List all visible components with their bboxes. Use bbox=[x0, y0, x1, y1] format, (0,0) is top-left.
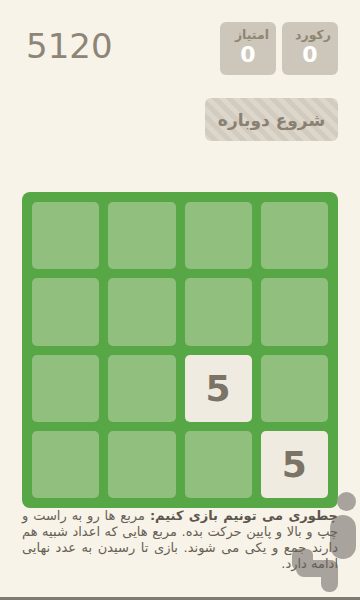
board-cell bbox=[261, 355, 328, 422]
board-cell bbox=[108, 202, 175, 269]
board-cell bbox=[108, 431, 175, 498]
score-box: امتیاز 0 bbox=[220, 22, 276, 75]
tile-5: 5 bbox=[261, 431, 328, 498]
board-cell bbox=[32, 278, 99, 345]
board-cell bbox=[32, 202, 99, 269]
game-board[interactable]: 55 bbox=[22, 192, 338, 508]
watermark-dot-shape bbox=[337, 492, 356, 511]
board-cell bbox=[185, 278, 252, 345]
score-label: امتیاز bbox=[220, 22, 276, 42]
board-cell bbox=[108, 278, 175, 345]
game-screen: 5120 امتیاز 0 رکورد 0 شروع دوباره 55 چطو… bbox=[0, 0, 360, 600]
restart-button[interactable]: شروع دوباره bbox=[205, 98, 338, 141]
instructions-lead: چطوری می تونیم بازی کنیم: bbox=[150, 508, 338, 523]
board-cell bbox=[261, 278, 328, 345]
game-title: 5120 bbox=[26, 26, 113, 66]
best-value: 0 bbox=[282, 42, 338, 68]
board-cell bbox=[32, 431, 99, 498]
board-cell bbox=[185, 202, 252, 269]
best-label: رکورد bbox=[282, 22, 338, 42]
board-cell bbox=[185, 431, 252, 498]
instructions: چطوری می تونیم بازی کنیم: مربع ها رو به … bbox=[22, 508, 338, 572]
scoreboard: امتیاز 0 رکورد 0 bbox=[220, 22, 338, 75]
board-cell bbox=[32, 355, 99, 422]
score-value: 0 bbox=[220, 42, 276, 68]
best-box: رکورد 0 bbox=[282, 22, 338, 75]
board-cell bbox=[108, 355, 175, 422]
tile-5: 5 bbox=[185, 355, 252, 422]
board-cell bbox=[261, 202, 328, 269]
